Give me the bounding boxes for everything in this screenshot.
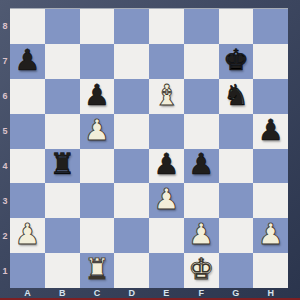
square-f5[interactable] <box>184 114 219 149</box>
file-label-a: A <box>10 287 45 298</box>
black-pawn[interactable]: ♟ <box>188 150 214 179</box>
square-b8[interactable] <box>45 9 80 44</box>
rank-label-4: 4 <box>0 148 10 183</box>
rank-label-2: 2 <box>0 218 10 253</box>
square-g4[interactable] <box>219 149 254 184</box>
square-h8[interactable] <box>253 9 288 44</box>
square-d5[interactable] <box>114 114 149 149</box>
rank-label-8: 8 <box>0 8 10 43</box>
square-h4[interactable] <box>253 149 288 184</box>
square-b7[interactable] <box>45 44 80 79</box>
square-h2[interactable]: ♟ <box>253 218 288 253</box>
file-label-h: H <box>253 287 288 298</box>
square-b6[interactable] <box>45 79 80 114</box>
white-pawn[interactable]: ♟ <box>153 185 179 214</box>
white-pawn[interactable]: ♟ <box>188 220 214 249</box>
black-pawn[interactable]: ♟ <box>153 150 179 179</box>
chess-diagram: 87654321 ♟♚♟♝♞♟♟♜♟♟♟♟♟♟♜♚ ABCDEFGH <box>0 0 300 300</box>
square-g2[interactable] <box>219 218 254 253</box>
square-f4[interactable]: ♟ <box>184 149 219 184</box>
white-pawn[interactable]: ♟ <box>14 220 40 249</box>
square-c2[interactable] <box>80 218 115 253</box>
square-g1[interactable] <box>219 253 254 288</box>
square-c8[interactable] <box>80 9 115 44</box>
square-a2[interactable]: ♟ <box>10 218 45 253</box>
rank-label-6: 6 <box>0 78 10 113</box>
square-a7[interactable]: ♟ <box>10 44 45 79</box>
square-a8[interactable] <box>10 9 45 44</box>
square-f6[interactable] <box>184 79 219 114</box>
square-c7[interactable] <box>80 44 115 79</box>
square-b4[interactable]: ♜ <box>45 149 80 184</box>
rank-label-7: 7 <box>0 43 10 78</box>
file-label-c: C <box>80 287 115 298</box>
black-pawn[interactable]: ♟ <box>258 116 284 145</box>
white-pawn[interactable]: ♟ <box>84 116 110 145</box>
black-knight[interactable]: ♞ <box>223 81 249 110</box>
white-pawn[interactable]: ♟ <box>258 220 284 249</box>
square-d8[interactable] <box>114 9 149 44</box>
square-e5[interactable] <box>149 114 184 149</box>
square-h5[interactable]: ♟ <box>253 114 288 149</box>
square-d7[interactable] <box>114 44 149 79</box>
square-h7[interactable] <box>253 44 288 79</box>
square-g6[interactable]: ♞ <box>219 79 254 114</box>
square-d6[interactable] <box>114 79 149 114</box>
chess-board[interactable]: ♟♚♟♝♞♟♟♜♟♟♟♟♟♟♜♚ <box>10 8 288 288</box>
square-b5[interactable] <box>45 114 80 149</box>
square-g5[interactable] <box>219 114 254 149</box>
square-c4[interactable] <box>80 149 115 184</box>
square-f3[interactable] <box>184 183 219 218</box>
square-f8[interactable] <box>184 9 219 44</box>
white-bishop[interactable]: ♝ <box>153 81 179 110</box>
square-e7[interactable] <box>149 44 184 79</box>
square-c3[interactable] <box>80 183 115 218</box>
square-h1[interactable] <box>253 253 288 288</box>
square-e2[interactable] <box>149 218 184 253</box>
square-e8[interactable] <box>149 9 184 44</box>
square-b1[interactable] <box>45 253 80 288</box>
square-d3[interactable] <box>114 183 149 218</box>
file-label-e: E <box>149 287 184 298</box>
white-rook[interactable]: ♜ <box>84 255 110 284</box>
square-a3[interactable] <box>10 183 45 218</box>
white-king[interactable]: ♚ <box>188 255 214 284</box>
square-b2[interactable] <box>45 218 80 253</box>
square-h3[interactable] <box>253 183 288 218</box>
square-c1[interactable]: ♜ <box>80 253 115 288</box>
file-label-b: B <box>45 287 80 298</box>
square-e1[interactable] <box>149 253 184 288</box>
rank-labels: 87654321 <box>0 8 10 288</box>
black-pawn[interactable]: ♟ <box>84 81 110 110</box>
black-pawn[interactable]: ♟ <box>14 46 40 75</box>
square-e3[interactable]: ♟ <box>149 183 184 218</box>
square-a6[interactable] <box>10 79 45 114</box>
square-f7[interactable] <box>184 44 219 79</box>
square-g8[interactable] <box>219 9 254 44</box>
square-e6[interactable]: ♝ <box>149 79 184 114</box>
file-label-d: D <box>114 287 149 298</box>
file-label-f: F <box>184 287 219 298</box>
square-d1[interactable] <box>114 253 149 288</box>
square-a4[interactable] <box>10 149 45 184</box>
square-b3[interactable] <box>45 183 80 218</box>
file-label-g: G <box>219 287 254 298</box>
square-c5[interactable]: ♟ <box>80 114 115 149</box>
black-rook[interactable]: ♜ <box>49 150 75 179</box>
square-h6[interactable] <box>253 79 288 114</box>
square-d4[interactable] <box>114 149 149 184</box>
square-g3[interactable] <box>219 183 254 218</box>
square-g7[interactable]: ♚ <box>219 44 254 79</box>
square-d2[interactable] <box>114 218 149 253</box>
rank-label-1: 1 <box>0 253 10 288</box>
square-a1[interactable] <box>10 253 45 288</box>
square-f2[interactable]: ♟ <box>184 218 219 253</box>
rank-label-3: 3 <box>0 183 10 218</box>
square-a5[interactable] <box>10 114 45 149</box>
black-king[interactable]: ♚ <box>223 46 249 75</box>
square-c6[interactable]: ♟ <box>80 79 115 114</box>
square-f1[interactable]: ♚ <box>184 253 219 288</box>
file-labels: ABCDEFGH <box>10 287 288 298</box>
rank-label-5: 5 <box>0 113 10 148</box>
square-e4[interactable]: ♟ <box>149 149 184 184</box>
